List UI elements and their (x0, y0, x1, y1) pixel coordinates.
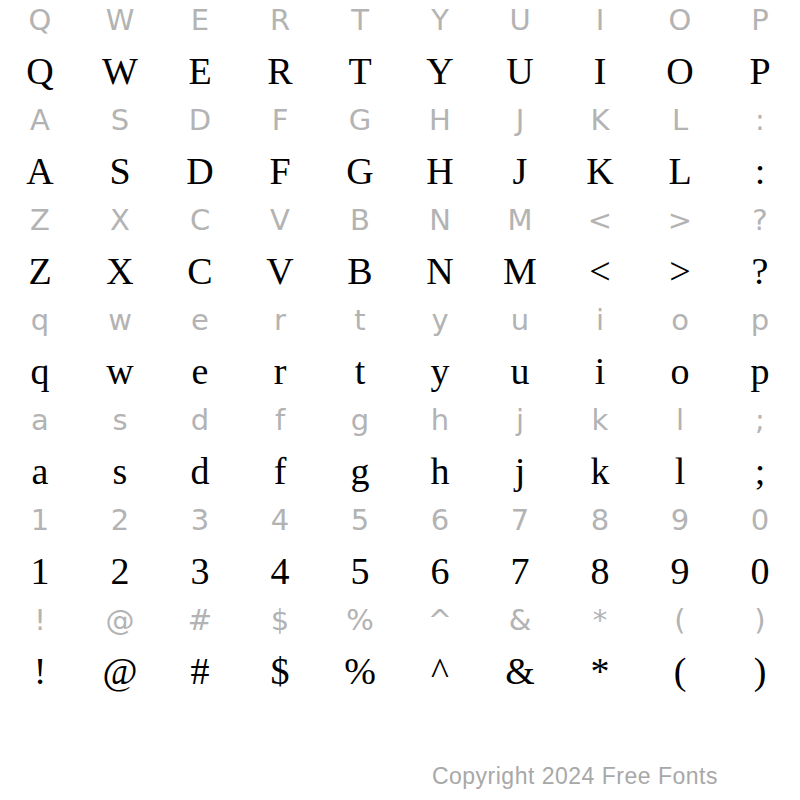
char-cell: X (80, 246, 160, 296)
charmap-row-2: QWERTYUIOP (0, 50, 800, 100)
char-cell: < (560, 195, 640, 245)
char-cell: T (320, 0, 400, 45)
char-cell: u (480, 295, 560, 345)
charmap-row-10: asdfghjkl; (0, 450, 800, 500)
char-cell: q (0, 346, 80, 396)
char-cell: D (160, 146, 240, 196)
char-cell: ? (720, 246, 800, 296)
char-cell: A (0, 146, 80, 196)
char-cell: # (160, 595, 240, 645)
char-cell: i (560, 346, 640, 396)
char-cell: E (160, 0, 240, 45)
char-cell: @ (80, 595, 160, 645)
char-cell: U (480, 46, 560, 96)
char-cell: Q (0, 46, 80, 96)
char-cell: E (160, 46, 240, 96)
char-cell: w (80, 346, 160, 396)
char-cell: C (160, 246, 240, 296)
char-cell: I (560, 0, 640, 45)
char-cell: a (0, 446, 80, 496)
char-cell: K (560, 95, 640, 145)
char-cell: ! (0, 646, 80, 696)
char-cell: s (80, 446, 160, 496)
char-cell: ( (640, 595, 720, 645)
char-cell: 4 (240, 495, 320, 545)
char-cell: 5 (320, 495, 400, 545)
char-cell: A (0, 95, 80, 145)
char-cell: Q (0, 0, 80, 45)
char-cell: t (320, 346, 400, 396)
char-cell: % (320, 595, 400, 645)
char-cell: f (240, 446, 320, 496)
char-cell: h (400, 395, 480, 445)
char-cell: ) (720, 595, 800, 645)
char-cell: G (320, 95, 400, 145)
char-cell: 8 (560, 495, 640, 545)
char-cell: Y (400, 46, 480, 96)
charmap-row-12: 1234567890 (0, 550, 800, 600)
char-cell: G (320, 146, 400, 196)
char-cell: N (400, 246, 480, 296)
char-cell: X (80, 195, 160, 245)
char-cell: < (560, 246, 640, 296)
char-cell: Y (400, 0, 480, 45)
char-cell: & (480, 595, 560, 645)
charmap-row-8: qwertyuiop (0, 350, 800, 400)
char-cell: ^ (400, 646, 480, 696)
char-cell: 1 (0, 546, 80, 596)
char-cell: N (400, 195, 480, 245)
char-cell: 3 (160, 546, 240, 596)
char-cell: D (160, 95, 240, 145)
char-cell: e (160, 295, 240, 345)
char-cell: a (0, 395, 80, 445)
copyright-text: Copyright 2024 Free Fonts (432, 763, 718, 790)
char-cell: I (560, 46, 640, 96)
char-cell: Z (0, 246, 80, 296)
char-cell: F (240, 95, 320, 145)
char-cell: f (240, 395, 320, 445)
char-cell: % (320, 646, 400, 696)
char-cell: $ (240, 595, 320, 645)
char-cell: J (480, 95, 560, 145)
char-cell: 2 (80, 546, 160, 596)
char-cell: r (240, 346, 320, 396)
char-cell: * (560, 595, 640, 645)
char-cell: K (560, 146, 640, 196)
char-cell: L (640, 146, 720, 196)
char-cell: F (240, 146, 320, 196)
charmap-row-14: !@#$%^&*() (0, 650, 800, 700)
char-cell: s (80, 395, 160, 445)
char-cell: ; (720, 446, 800, 496)
charmap-row-11: 1234567890 (0, 500, 800, 550)
char-cell: Z (0, 195, 80, 245)
charmap-row-7: qwertyuiop (0, 300, 800, 350)
char-cell: 7 (480, 546, 560, 596)
char-cell: y (400, 295, 480, 345)
char-cell: y (400, 346, 480, 396)
char-cell: M (480, 195, 560, 245)
char-cell: & (480, 646, 560, 696)
char-cell: 9 (640, 546, 720, 596)
char-cell: q (0, 295, 80, 345)
charmap-row-3: ASDFGHJKL: (0, 100, 800, 150)
char-cell: 8 (560, 546, 640, 596)
char-cell: O (640, 0, 720, 45)
char-cell: p (720, 346, 800, 396)
char-cell: 5 (320, 546, 400, 596)
char-cell: ) (720, 646, 800, 696)
char-cell: h (400, 446, 480, 496)
char-cell: d (160, 446, 240, 496)
char-cell: j (480, 395, 560, 445)
char-cell: H (400, 146, 480, 196)
char-cell: 0 (720, 546, 800, 596)
char-cell: P (720, 0, 800, 45)
char-cell: V (240, 246, 320, 296)
char-cell: g (320, 395, 400, 445)
char-cell: k (560, 395, 640, 445)
char-cell: g (320, 446, 400, 496)
charmap-row-4: ASDFGHJKL: (0, 150, 800, 200)
char-cell: r (240, 295, 320, 345)
char-cell: L (640, 95, 720, 145)
char-cell: T (320, 46, 400, 96)
char-cell: S (80, 95, 160, 145)
charmap-row-5: ZXCVBNM<>? (0, 200, 800, 250)
char-cell: l (640, 446, 720, 496)
char-cell: # (160, 646, 240, 696)
char-cell: 3 (160, 495, 240, 545)
char-cell: o (640, 346, 720, 396)
char-cell: 4 (240, 546, 320, 596)
charmap-row-1: QWERTYUIOP (0, 0, 800, 50)
char-cell: C (160, 195, 240, 245)
charmap-row-6: ZXCVBNM<>? (0, 250, 800, 300)
char-cell: e (160, 346, 240, 396)
char-cell: O (640, 46, 720, 96)
char-cell: j (480, 446, 560, 496)
char-cell: $ (240, 646, 320, 696)
charmap-row-9: asdfghjkl; (0, 400, 800, 450)
char-cell: ( (640, 646, 720, 696)
char-cell: U (480, 0, 560, 45)
char-cell: p (720, 295, 800, 345)
charmap-row-13: !@#$%^&*() (0, 600, 800, 650)
char-cell: l (640, 395, 720, 445)
char-cell: ; (720, 395, 800, 445)
char-cell: S (80, 146, 160, 196)
char-cell: ^ (400, 595, 480, 645)
char-cell: 7 (480, 495, 560, 545)
char-cell: i (560, 295, 640, 345)
char-cell: w (80, 295, 160, 345)
char-cell: W (80, 46, 160, 96)
char-cell: 9 (640, 495, 720, 545)
char-cell: 6 (400, 495, 480, 545)
char-cell: 6 (400, 546, 480, 596)
char-cell: P (720, 46, 800, 96)
char-cell: k (560, 446, 640, 496)
char-cell: H (400, 95, 480, 145)
char-cell: J (480, 146, 560, 196)
char-cell: > (640, 195, 720, 245)
char-cell: > (640, 246, 720, 296)
char-cell: * (560, 646, 640, 696)
char-cell: : (720, 146, 800, 196)
char-cell: V (240, 195, 320, 245)
char-cell: @ (80, 646, 160, 696)
char-cell: ? (720, 195, 800, 245)
character-grid: QWERTYUIOPQWERTYUIOPASDFGHJKL:ASDFGHJKL:… (0, 0, 800, 700)
char-cell: ! (0, 595, 80, 645)
char-cell: d (160, 395, 240, 445)
char-cell: : (720, 95, 800, 145)
char-cell: u (480, 346, 560, 396)
char-cell: 2 (80, 495, 160, 545)
char-cell: o (640, 295, 720, 345)
char-cell: R (240, 46, 320, 96)
char-cell: t (320, 295, 400, 345)
char-cell: W (80, 0, 160, 45)
char-cell: B (320, 195, 400, 245)
char-cell: 0 (720, 495, 800, 545)
char-cell: R (240, 0, 320, 45)
char-cell: M (480, 246, 560, 296)
char-cell: 1 (0, 495, 80, 545)
font-specimen-sheet: QWERTYUIOPQWERTYUIOPASDFGHJKL:ASDFGHJKL:… (0, 0, 800, 800)
char-cell: B (320, 246, 400, 296)
